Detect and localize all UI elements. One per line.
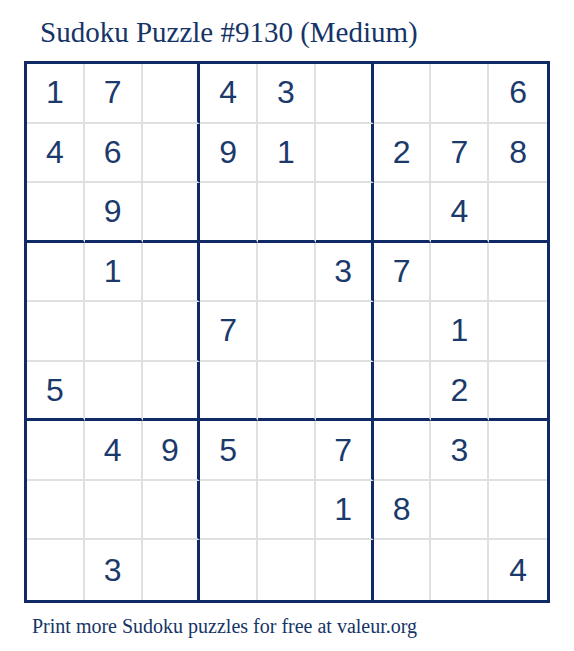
cell-r1c9[interactable]: 6: [489, 64, 547, 124]
cell-r1c7[interactable]: [374, 64, 432, 124]
cell-r9c7[interactable]: [374, 540, 432, 600]
cell-r4c6[interactable]: 3: [316, 243, 374, 303]
cell-r1c5[interactable]: 3: [258, 64, 316, 124]
cell-r2c2[interactable]: 6: [85, 124, 143, 184]
cell-r3c8[interactable]: 4: [431, 183, 489, 243]
cell-r2c1[interactable]: 4: [27, 124, 85, 184]
cell-r1c6[interactable]: [316, 64, 374, 124]
cell-r2c6[interactable]: [316, 124, 374, 184]
cell-r7c5[interactable]: [258, 421, 316, 481]
cell-r4c7[interactable]: 7: [374, 243, 432, 303]
cell-r8c7[interactable]: 8: [374, 481, 432, 541]
cell-r3c7[interactable]: [374, 183, 432, 243]
cell-r8c8[interactable]: [431, 481, 489, 541]
footer-text: Print more Sudoku puzzles for free at va…: [32, 615, 417, 638]
cell-r2c9[interactable]: 8: [489, 124, 547, 184]
cell-r1c8[interactable]: [431, 64, 489, 124]
cell-r1c2[interactable]: 7: [85, 64, 143, 124]
cell-r9c8[interactable]: [431, 540, 489, 600]
cell-r9c1[interactable]: [27, 540, 85, 600]
cell-r9c9[interactable]: 4: [489, 540, 547, 600]
cell-r4c4[interactable]: [200, 243, 258, 303]
cell-r7c7[interactable]: [374, 421, 432, 481]
cell-r3c1[interactable]: [27, 183, 85, 243]
cell-r8c5[interactable]: [258, 481, 316, 541]
cell-r8c4[interactable]: [200, 481, 258, 541]
cell-r3c4[interactable]: [200, 183, 258, 243]
cell-r6c1[interactable]: 5: [27, 362, 85, 422]
sudoku-grid: 174364691278941377152495731834: [24, 61, 550, 603]
cell-r3c6[interactable]: [316, 183, 374, 243]
cell-r2c8[interactable]: 7: [431, 124, 489, 184]
cell-r8c2[interactable]: [85, 481, 143, 541]
cell-r3c5[interactable]: [258, 183, 316, 243]
cell-r4c2[interactable]: 1: [85, 243, 143, 303]
cell-r9c3[interactable]: [143, 540, 201, 600]
cell-r6c2[interactable]: [85, 362, 143, 422]
cell-r1c1[interactable]: 1: [27, 64, 85, 124]
cell-r9c2[interactable]: 3: [85, 540, 143, 600]
cell-r5c2[interactable]: [85, 302, 143, 362]
cell-r6c4[interactable]: [200, 362, 258, 422]
cell-r5c7[interactable]: [374, 302, 432, 362]
cell-r3c3[interactable]: [143, 183, 201, 243]
cell-r1c4[interactable]: 4: [200, 64, 258, 124]
cell-r6c8[interactable]: 2: [431, 362, 489, 422]
cell-r7c4[interactable]: 5: [200, 421, 258, 481]
cell-r8c3[interactable]: [143, 481, 201, 541]
sudoku-page: Sudoku Puzzle #9130 (Medium) 17436469127…: [0, 0, 574, 651]
cell-r9c6[interactable]: [316, 540, 374, 600]
cell-r2c4[interactable]: 9: [200, 124, 258, 184]
cell-r4c9[interactable]: [489, 243, 547, 303]
cell-r6c9[interactable]: [489, 362, 547, 422]
cell-r6c7[interactable]: [374, 362, 432, 422]
cell-r5c6[interactable]: [316, 302, 374, 362]
cell-r6c5[interactable]: [258, 362, 316, 422]
cell-r9c5[interactable]: [258, 540, 316, 600]
cell-r7c3[interactable]: 9: [143, 421, 201, 481]
cell-r5c8[interactable]: 1: [431, 302, 489, 362]
cell-r3c9[interactable]: [489, 183, 547, 243]
cell-r5c1[interactable]: [27, 302, 85, 362]
cell-r3c2[interactable]: 9: [85, 183, 143, 243]
page-title: Sudoku Puzzle #9130 (Medium): [40, 16, 418, 49]
cell-r5c3[interactable]: [143, 302, 201, 362]
cell-r4c1[interactable]: [27, 243, 85, 303]
cell-r9c4[interactable]: [200, 540, 258, 600]
cell-r5c5[interactable]: [258, 302, 316, 362]
cell-r4c5[interactable]: [258, 243, 316, 303]
cell-r6c3[interactable]: [143, 362, 201, 422]
cell-r8c9[interactable]: [489, 481, 547, 541]
cell-r4c8[interactable]: [431, 243, 489, 303]
cell-r5c4[interactable]: 7: [200, 302, 258, 362]
cell-r7c9[interactable]: [489, 421, 547, 481]
cell-r1c3[interactable]: [143, 64, 201, 124]
cell-r5c9[interactable]: [489, 302, 547, 362]
cell-r8c6[interactable]: 1: [316, 481, 374, 541]
cell-r6c6[interactable]: [316, 362, 374, 422]
cell-r2c7[interactable]: 2: [374, 124, 432, 184]
cell-r2c5[interactable]: 1: [258, 124, 316, 184]
cell-r7c1[interactable]: [27, 421, 85, 481]
cell-r7c2[interactable]: 4: [85, 421, 143, 481]
cell-r4c3[interactable]: [143, 243, 201, 303]
cell-r2c3[interactable]: [143, 124, 201, 184]
cell-r7c6[interactable]: 7: [316, 421, 374, 481]
cell-r7c8[interactable]: 3: [431, 421, 489, 481]
cell-r8c1[interactable]: [27, 481, 85, 541]
